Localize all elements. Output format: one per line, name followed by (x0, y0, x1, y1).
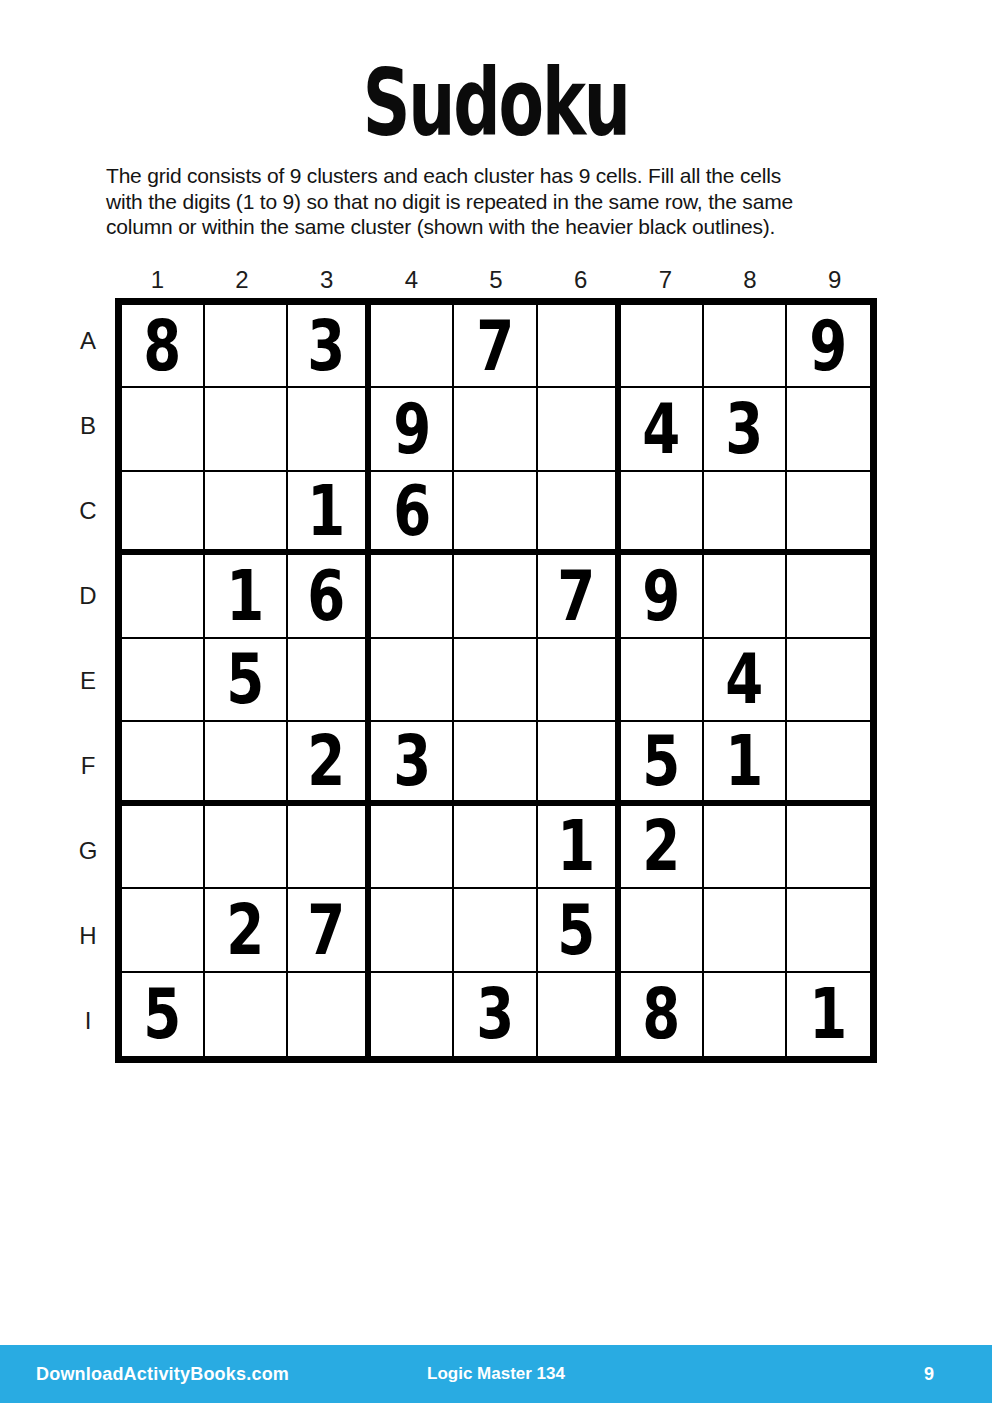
sudoku-cell-A8[interactable] (704, 305, 787, 388)
given-digit: 1 (725, 726, 763, 796)
sudoku-cell-E3[interactable] (288, 639, 371, 722)
sudoku-cell-H8[interactable] (704, 889, 787, 972)
sudoku-cell-E5[interactable] (454, 639, 537, 722)
footer-page-number: 9 (924, 1345, 934, 1403)
sudoku-cell-D7: 9 (621, 555, 704, 638)
sudoku-cell-G4[interactable] (371, 806, 454, 889)
sudoku-cell-A3: 3 (288, 305, 371, 388)
given-digit: 2 (227, 895, 265, 965)
given-digit: 3 (725, 394, 763, 464)
sudoku-cell-I9: 1 (787, 973, 870, 1056)
sudoku-cell-A9: 9 (787, 305, 870, 388)
sudoku-cell-B4: 9 (371, 388, 454, 471)
given-digit: 7 (308, 895, 346, 965)
sudoku-cell-I7: 8 (621, 973, 704, 1056)
given-digit: 5 (227, 644, 265, 714)
row-label-H: H (62, 893, 114, 978)
sudoku-cell-I3[interactable] (288, 973, 371, 1056)
col-label-5: 5 (454, 262, 539, 294)
given-digit: 5 (144, 979, 182, 1049)
given-digit: 3 (393, 726, 431, 796)
sudoku-cell-E8: 4 (704, 639, 787, 722)
row-label-A: A (62, 298, 114, 383)
sudoku-cell-H4[interactable] (371, 889, 454, 972)
sudoku-cell-B5[interactable] (454, 388, 537, 471)
col-label-3: 3 (284, 262, 369, 294)
sudoku-cell-B8: 3 (704, 388, 787, 471)
sudoku-cell-E7[interactable] (621, 639, 704, 722)
given-digit: 2 (642, 811, 680, 881)
sudoku-cell-G5[interactable] (454, 806, 537, 889)
sudoku-cell-A4[interactable] (371, 305, 454, 388)
given-digit: 1 (809, 979, 847, 1049)
given-digit: 6 (393, 476, 431, 546)
col-label-2: 2 (200, 262, 285, 294)
given-digit: 8 (144, 311, 182, 381)
sudoku-cell-F3: 2 (288, 722, 371, 805)
given-digit: 3 (308, 311, 346, 381)
given-digit: 9 (642, 561, 680, 631)
sudoku-cell-C3: 1 (288, 472, 371, 555)
given-digit: 5 (557, 895, 595, 965)
sudoku-cell-D6: 7 (538, 555, 621, 638)
sudoku-cell-A6[interactable] (538, 305, 621, 388)
col-label-1: 1 (115, 262, 200, 294)
sudoku-cell-D3: 6 (288, 555, 371, 638)
row-label-G: G (62, 808, 114, 893)
sudoku-cell-B3[interactable] (288, 388, 371, 471)
row-label-D: D (62, 553, 114, 638)
sudoku-cell-C9[interactable] (787, 472, 870, 555)
sudoku-cell-I6[interactable] (538, 973, 621, 1056)
given-digit: 7 (557, 561, 595, 631)
sudoku-cell-B6[interactable] (538, 388, 621, 471)
col-label-8: 8 (708, 262, 793, 294)
given-digit: 8 (642, 979, 680, 1049)
instructions-line-2: with the digits (1 to 9) so that no digi… (106, 189, 906, 215)
given-digit: 1 (557, 811, 595, 881)
sudoku-cell-G8[interactable] (704, 806, 787, 889)
row-labels: ABCDEFGHI (62, 298, 114, 1063)
sudoku-cell-H9[interactable] (787, 889, 870, 972)
given-digit: 7 (476, 311, 514, 381)
given-digit: 4 (725, 644, 763, 714)
sudoku-cell-C7[interactable] (621, 472, 704, 555)
sudoku-cell-D5[interactable] (454, 555, 537, 638)
sudoku-grid: 8379943161679542351122755381 (115, 298, 877, 1063)
sudoku-cell-A5: 7 (454, 305, 537, 388)
sudoku-cell-I8[interactable] (704, 973, 787, 1056)
col-label-6: 6 (538, 262, 623, 294)
sudoku-cell-I1: 5 (122, 973, 205, 1056)
sudoku-cell-B7: 4 (621, 388, 704, 471)
row-label-B: B (62, 383, 114, 468)
sudoku-cell-B9[interactable] (787, 388, 870, 471)
col-label-7: 7 (623, 262, 708, 294)
sudoku-cell-H2: 2 (205, 889, 288, 972)
instructions: The grid consists of 9 clusters and each… (106, 163, 906, 240)
sudoku-cell-H3: 7 (288, 889, 371, 972)
column-labels: 123456789 (115, 262, 877, 294)
sudoku-cell-F7: 5 (621, 722, 704, 805)
sudoku-cell-G7: 2 (621, 806, 704, 889)
sudoku-cell-C5[interactable] (454, 472, 537, 555)
sudoku-cell-I4[interactable] (371, 973, 454, 1056)
sudoku-cell-E2: 5 (205, 639, 288, 722)
sudoku-cell-B2[interactable] (205, 388, 288, 471)
sudoku-cell-B1[interactable] (122, 388, 205, 471)
given-digit: 5 (642, 726, 680, 796)
col-label-9: 9 (792, 262, 877, 294)
sudoku-cell-G1[interactable] (122, 806, 205, 889)
sudoku-cell-F2[interactable] (205, 722, 288, 805)
sudoku-cell-G9[interactable] (787, 806, 870, 889)
given-digit: 1 (227, 561, 265, 631)
given-digit: 2 (308, 726, 346, 796)
sudoku-cell-C8[interactable] (704, 472, 787, 555)
sudoku-cell-E1[interactable] (122, 639, 205, 722)
sudoku-cell-I2[interactable] (205, 973, 288, 1056)
sudoku-cell-F6[interactable] (538, 722, 621, 805)
sudoku-cell-A1: 8 (122, 305, 205, 388)
sudoku-page: Sudoku The grid consists of 9 clusters a… (0, 0, 992, 1403)
sudoku-cell-F1[interactable] (122, 722, 205, 805)
sudoku-cell-C4: 6 (371, 472, 454, 555)
sudoku-cell-D2: 1 (205, 555, 288, 638)
row-label-F: F (62, 723, 114, 808)
sudoku-cell-G3[interactable] (288, 806, 371, 889)
instructions-line-3: column or within the same cluster (shown… (106, 214, 906, 240)
sudoku-cell-E9[interactable] (787, 639, 870, 722)
sudoku-cell-F4: 3 (371, 722, 454, 805)
footer: DownloadActivityBooks.com Logic Master 1… (0, 1345, 992, 1403)
sudoku-cell-E4[interactable] (371, 639, 454, 722)
sudoku-cell-D4[interactable] (371, 555, 454, 638)
sudoku-cell-D1[interactable] (122, 555, 205, 638)
page-title: Sudoku (0, 52, 992, 156)
row-label-E: E (62, 638, 114, 723)
given-digit: 9 (393, 394, 431, 464)
sudoku-cell-D9[interactable] (787, 555, 870, 638)
given-digit: 4 (642, 394, 680, 464)
sudoku-cell-H5[interactable] (454, 889, 537, 972)
sudoku-cell-F9[interactable] (787, 722, 870, 805)
sudoku-cell-F5[interactable] (454, 722, 537, 805)
instructions-line-1: The grid consists of 9 clusters and each… (106, 163, 906, 189)
given-digit: 3 (476, 979, 514, 1049)
sudoku-cell-I5: 3 (454, 973, 537, 1056)
sudoku-cell-A7[interactable] (621, 305, 704, 388)
sudoku-cell-C6[interactable] (538, 472, 621, 555)
page-title-text: Sudoku (363, 52, 629, 156)
row-label-I: I (62, 978, 114, 1063)
sudoku-cell-C1[interactable] (122, 472, 205, 555)
row-label-C: C (62, 468, 114, 553)
sudoku-cell-H1[interactable] (122, 889, 205, 972)
given-digit: 9 (809, 311, 847, 381)
footer-book-title: Logic Master 134 (0, 1345, 992, 1403)
sudoku-cell-H6: 5 (538, 889, 621, 972)
sudoku-cell-C2[interactable] (205, 472, 288, 555)
sudoku-cell-A2[interactable] (205, 305, 288, 388)
sudoku-cell-D8[interactable] (704, 555, 787, 638)
sudoku-cell-E6[interactable] (538, 639, 621, 722)
sudoku-cell-G6: 1 (538, 806, 621, 889)
given-digit: 6 (308, 561, 346, 631)
given-digit: 1 (308, 476, 346, 546)
sudoku-cell-F8: 1 (704, 722, 787, 805)
sudoku-cell-H7[interactable] (621, 889, 704, 972)
col-label-4: 4 (369, 262, 454, 294)
sudoku-cell-G2[interactable] (205, 806, 288, 889)
